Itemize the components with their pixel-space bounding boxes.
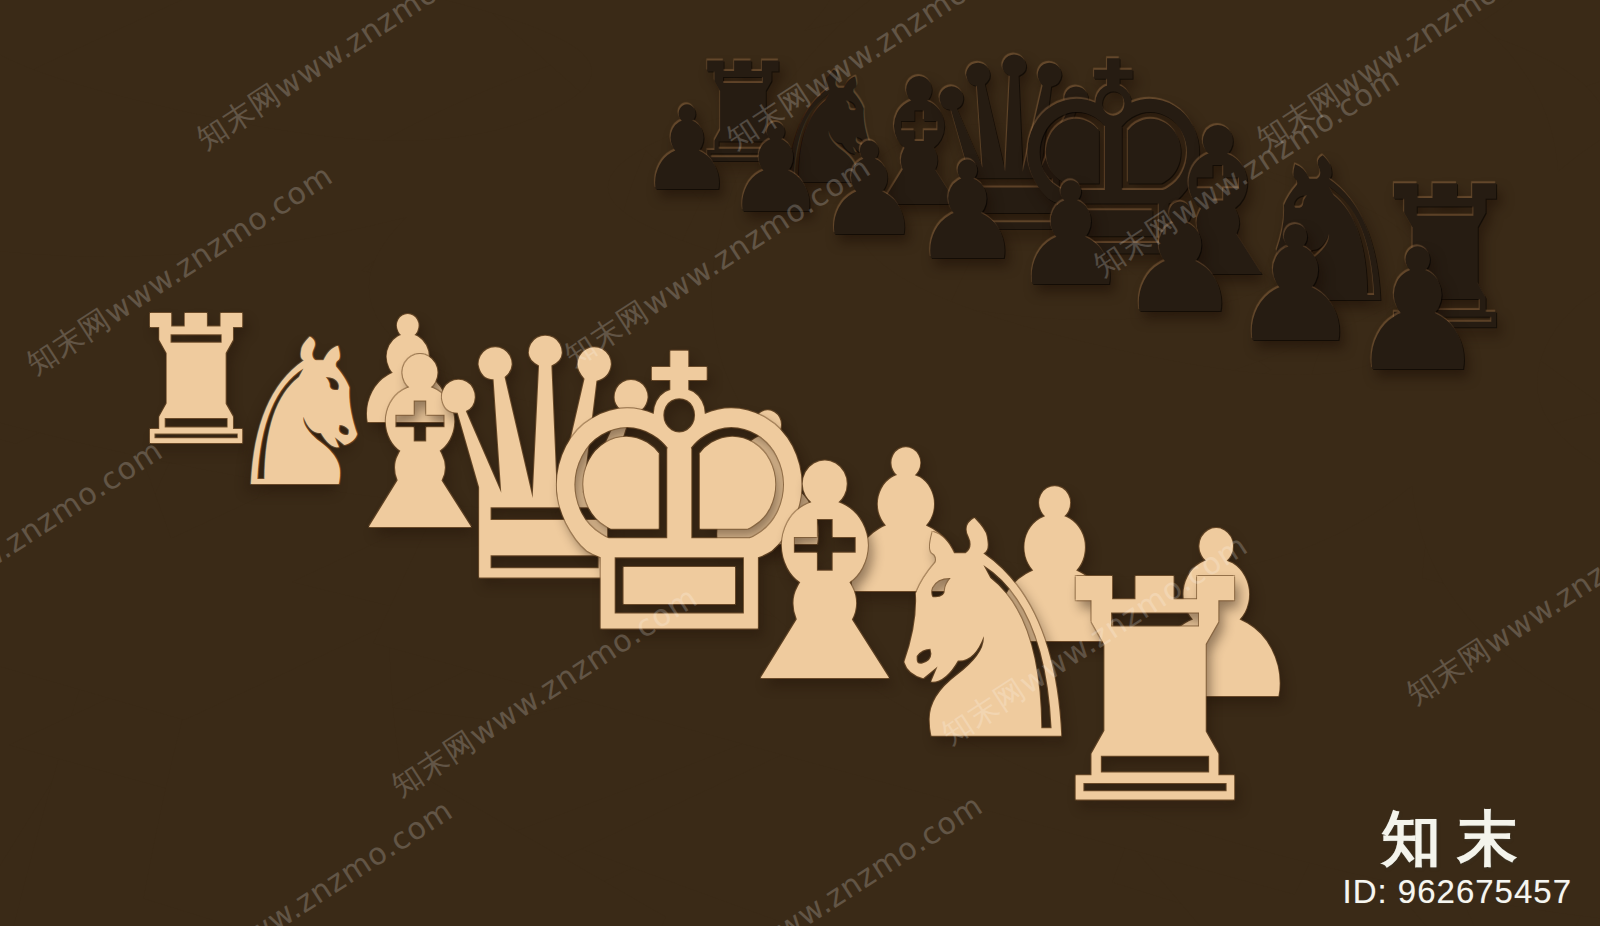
znzmo-brand: 知末 ID: 962675457 — [1342, 805, 1572, 908]
znzmo-logo: 知末 — [1342, 805, 1572, 871]
chess-board — [0, 0, 1600, 926]
chess-scene: AABBCCDDEEFFGGHH1122334455667788 ♜♞♝♛♚♝♞… — [0, 0, 1600, 926]
asset-id: ID: 962675457 — [1342, 875, 1572, 908]
